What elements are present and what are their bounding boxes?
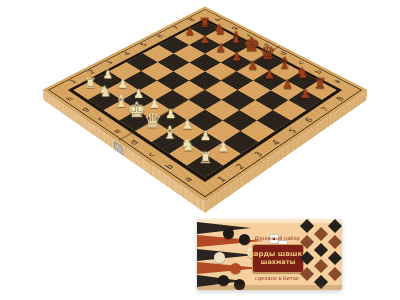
checker-piece	[223, 228, 234, 239]
diamond-print	[314, 259, 328, 273]
diamond-print	[300, 267, 314, 281]
diamond-print	[328, 251, 342, 265]
diamond-print	[328, 219, 342, 233]
folding-chess-board: hgfedcba hgfedcba 87654321 87654321 ♜♞♝♚…	[42, 7, 367, 202]
checker-piece	[214, 252, 225, 263]
product-photo: hgfedcba hgfedcba 87654321 87654321 ♜♞♝♚…	[0, 0, 400, 300]
checker-piece	[230, 263, 241, 274]
square-a1: ♜	[187, 154, 224, 178]
square-a7: ♟	[288, 90, 321, 110]
diamond-print	[300, 219, 314, 233]
product-box: Дорожный набор нарды шашки шахматы сдела…	[197, 219, 342, 290]
playing-field-frame: ♜♞♝♚♛♝♞♜♟♟♟♟♟♟♟♟♟♟♟♟♟♟♟♟♜♞♝♚♛♝♞♜	[69, 19, 341, 181]
piece-white-rook: ♜	[192, 150, 218, 166]
box-bottom-edge	[197, 285, 342, 290]
box-title-line2: шахматы	[261, 259, 296, 267]
piece-black-pawn: ♟	[293, 88, 317, 100]
diamond-print	[314, 227, 328, 241]
diamond-print	[314, 243, 328, 257]
box-label: нарды шашки шахматы	[252, 244, 304, 273]
diamond-print	[328, 267, 342, 281]
diamond-print	[300, 251, 314, 265]
box-diamond-pattern	[298, 219, 342, 290]
diamond-print	[328, 235, 342, 249]
board-top-face: hgfedcba hgfedcba 87654321 87654321 ♜♞♝♚…	[42, 7, 367, 202]
chess-board-grid: ♜♞♝♚♛♝♞♜♟♟♟♟♟♟♟♟♟♟♟♟♟♟♟♟♜♞♝♚♛♝♞♜	[73, 21, 336, 178]
diamond-print	[300, 235, 314, 249]
